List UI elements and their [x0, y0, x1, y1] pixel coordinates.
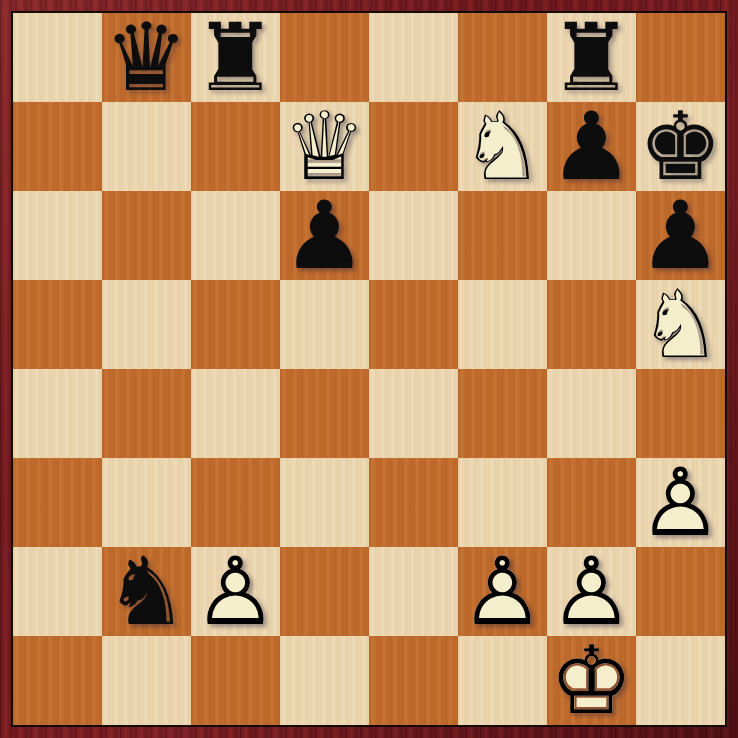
square-g2[interactable]: ♟♙: [547, 547, 636, 636]
square-c8[interactable]: ♜: [191, 13, 280, 102]
square-c1[interactable]: [191, 636, 280, 725]
white-pawn-outline-glyph: ♙: [458, 547, 547, 636]
square-c5[interactable]: [191, 280, 280, 369]
square-g7[interactable]: ♟: [547, 102, 636, 191]
square-g5[interactable]: [547, 280, 636, 369]
square-d8[interactable]: [280, 13, 369, 102]
square-h5[interactable]: ♞♘: [636, 280, 725, 369]
square-h4[interactable]: [636, 369, 725, 458]
square-b4[interactable]: [102, 369, 191, 458]
square-f2[interactable]: ♟♙: [458, 547, 547, 636]
square-h6[interactable]: ♟: [636, 191, 725, 280]
square-d3[interactable]: [280, 458, 369, 547]
square-b5[interactable]: [102, 280, 191, 369]
piece-black-pawn-g7[interactable]: ♟: [547, 102, 636, 191]
black-king-glyph: ♚: [636, 102, 725, 191]
piece-white-knight-h5[interactable]: ♞♘: [636, 280, 725, 369]
piece-white-pawn-f2[interactable]: ♟♙: [458, 547, 547, 636]
board-inner-border: ♛♜♜♛♕♞♘♟♚♟♟♞♘♟♙♞♟♙♟♙♟♙♚♔: [11, 11, 727, 727]
square-e8[interactable]: [369, 13, 458, 102]
square-b7[interactable]: [102, 102, 191, 191]
chess-board: ♛♜♜♛♕♞♘♟♚♟♟♞♘♟♙♞♟♙♟♙♟♙♚♔: [13, 13, 725, 725]
square-f3[interactable]: [458, 458, 547, 547]
piece-white-pawn-c2[interactable]: ♟♙: [191, 547, 280, 636]
piece-white-queen-d7[interactable]: ♛♕: [280, 102, 369, 191]
white-king-outline-glyph: ♔: [547, 636, 636, 725]
square-e3[interactable]: [369, 458, 458, 547]
square-d5[interactable]: [280, 280, 369, 369]
square-a3[interactable]: [13, 458, 102, 547]
square-a8[interactable]: [13, 13, 102, 102]
black-rook-glyph: ♜: [547, 13, 636, 102]
white-queen-outline-glyph: ♕: [280, 102, 369, 191]
black-knight-glyph: ♞: [102, 547, 191, 636]
piece-black-pawn-h6[interactable]: ♟: [636, 191, 725, 280]
square-f8[interactable]: [458, 13, 547, 102]
square-b1[interactable]: [102, 636, 191, 725]
square-e7[interactable]: [369, 102, 458, 191]
square-f5[interactable]: [458, 280, 547, 369]
square-h7[interactable]: ♚: [636, 102, 725, 191]
square-h3[interactable]: ♟♙: [636, 458, 725, 547]
square-a7[interactable]: [13, 102, 102, 191]
piece-white-knight-f7[interactable]: ♞♘: [458, 102, 547, 191]
piece-black-queen-b8[interactable]: ♛: [102, 13, 191, 102]
piece-white-pawn-h3[interactable]: ♟♙: [636, 458, 725, 547]
square-d6[interactable]: ♟: [280, 191, 369, 280]
white-pawn-outline-glyph: ♙: [191, 547, 280, 636]
square-b3[interactable]: [102, 458, 191, 547]
square-g4[interactable]: [547, 369, 636, 458]
square-g8[interactable]: ♜: [547, 13, 636, 102]
square-b8[interactable]: ♛: [102, 13, 191, 102]
chess-board-frame: ♛♜♜♛♕♞♘♟♚♟♟♞♘♟♙♞♟♙♟♙♟♙♚♔: [0, 0, 738, 738]
square-d2[interactable]: [280, 547, 369, 636]
square-h1[interactable]: [636, 636, 725, 725]
white-knight-outline-glyph: ♘: [458, 102, 547, 191]
square-c7[interactable]: [191, 102, 280, 191]
square-a4[interactable]: [13, 369, 102, 458]
white-pawn-outline-glyph: ♙: [547, 547, 636, 636]
square-g3[interactable]: [547, 458, 636, 547]
square-g6[interactable]: [547, 191, 636, 280]
black-pawn-glyph: ♟: [547, 102, 636, 191]
piece-black-king-h7[interactable]: ♚: [636, 102, 725, 191]
white-pawn-outline-glyph: ♙: [636, 458, 725, 547]
black-pawn-glyph: ♟: [280, 191, 369, 280]
square-c4[interactable]: [191, 369, 280, 458]
square-d1[interactable]: [280, 636, 369, 725]
square-d7[interactable]: ♛♕: [280, 102, 369, 191]
square-d4[interactable]: [280, 369, 369, 458]
square-b6[interactable]: [102, 191, 191, 280]
piece-black-knight-b2[interactable]: ♞: [102, 547, 191, 636]
square-a5[interactable]: [13, 280, 102, 369]
square-e1[interactable]: [369, 636, 458, 725]
square-e2[interactable]: [369, 547, 458, 636]
square-f6[interactable]: [458, 191, 547, 280]
square-a2[interactable]: [13, 547, 102, 636]
white-knight-outline-glyph: ♘: [636, 280, 725, 369]
piece-black-pawn-d6[interactable]: ♟: [280, 191, 369, 280]
piece-white-king-g1[interactable]: ♚♔: [547, 636, 636, 725]
square-e4[interactable]: [369, 369, 458, 458]
square-a1[interactable]: [13, 636, 102, 725]
black-rook-glyph: ♜: [191, 13, 280, 102]
square-e5[interactable]: [369, 280, 458, 369]
piece-black-rook-c8[interactable]: ♜: [191, 13, 280, 102]
piece-black-rook-g8[interactable]: ♜: [547, 13, 636, 102]
square-f4[interactable]: [458, 369, 547, 458]
square-b2[interactable]: ♞: [102, 547, 191, 636]
square-c6[interactable]: [191, 191, 280, 280]
square-c3[interactable]: [191, 458, 280, 547]
black-queen-glyph: ♛: [102, 13, 191, 102]
square-e6[interactable]: [369, 191, 458, 280]
piece-white-pawn-g2[interactable]: ♟♙: [547, 547, 636, 636]
square-h8[interactable]: [636, 13, 725, 102]
square-a6[interactable]: [13, 191, 102, 280]
square-f7[interactable]: ♞♘: [458, 102, 547, 191]
square-f1[interactable]: [458, 636, 547, 725]
square-g1[interactable]: ♚♔: [547, 636, 636, 725]
square-h2[interactable]: [636, 547, 725, 636]
black-pawn-glyph: ♟: [636, 191, 725, 280]
square-c2[interactable]: ♟♙: [191, 547, 280, 636]
